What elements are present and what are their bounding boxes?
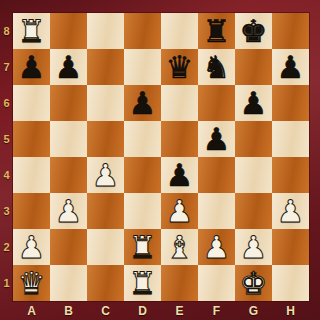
file-labels: ABCDEFGH (13, 301, 309, 320)
square-d8[interactable] (124, 13, 161, 49)
square-d7[interactable] (124, 49, 161, 85)
square-c2[interactable] (87, 229, 124, 265)
white-pawn-a2[interactable]: ♟ (13, 229, 50, 265)
square-f6[interactable] (198, 85, 235, 121)
square-e3[interactable]: ♟ (161, 193, 198, 229)
square-d1[interactable]: ♜ (124, 265, 161, 301)
black-rook-f8[interactable]: ♜ (198, 13, 235, 49)
square-e7[interactable]: ♛ (161, 49, 198, 85)
square-g2[interactable]: ♟ (235, 229, 272, 265)
rank-label-7: 7 (0, 49, 13, 85)
square-e2[interactable]: ♝ (161, 229, 198, 265)
square-b2[interactable] (50, 229, 87, 265)
square-f2[interactable]: ♟ (198, 229, 235, 265)
square-f5[interactable]: ♟ (198, 121, 235, 157)
square-f7[interactable]: ♞ (198, 49, 235, 85)
square-e1[interactable] (161, 265, 198, 301)
rank-label-2: 2 (0, 229, 13, 265)
square-a8[interactable]: ♜ (13, 13, 50, 49)
square-e6[interactable] (161, 85, 198, 121)
rank-label-5: 5 (0, 121, 13, 157)
rank-label-1: 1 (0, 265, 13, 301)
square-g5[interactable] (235, 121, 272, 157)
rank-label-4: 4 (0, 157, 13, 193)
square-h4[interactable] (272, 157, 309, 193)
white-pawn-g2[interactable]: ♟ (235, 229, 272, 265)
rank-label-8: 8 (0, 13, 13, 49)
file-label-b: B (50, 301, 87, 320)
white-rook-d1[interactable]: ♜ (124, 265, 161, 301)
square-d3[interactable] (124, 193, 161, 229)
square-e8[interactable] (161, 13, 198, 49)
black-queen-e7[interactable]: ♛ (161, 49, 198, 85)
black-pawn-h7[interactable]: ♟ (272, 49, 309, 85)
square-h2[interactable] (272, 229, 309, 265)
board-frame: 87654321 ♜♜♚♟♟♛♞♟♟♟♟♟♟♟♟♟♟♜♝♟♟♛♜♚ ABCDEF… (0, 0, 320, 320)
rank-labels: 87654321 (0, 13, 13, 301)
square-c8[interactable] (87, 13, 124, 49)
square-b4[interactable] (50, 157, 87, 193)
black-pawn-g6[interactable]: ♟ (235, 85, 272, 121)
square-h6[interactable] (272, 85, 309, 121)
square-g3[interactable] (235, 193, 272, 229)
square-b7[interactable]: ♟ (50, 49, 87, 85)
rank-label-6: 6 (0, 85, 13, 121)
square-a5[interactable] (13, 121, 50, 157)
black-pawn-a7[interactable]: ♟ (13, 49, 50, 85)
square-c3[interactable] (87, 193, 124, 229)
square-g7[interactable] (235, 49, 272, 85)
square-c1[interactable] (87, 265, 124, 301)
square-g1[interactable]: ♚ (235, 265, 272, 301)
square-g6[interactable]: ♟ (235, 85, 272, 121)
file-label-e: E (161, 301, 198, 320)
file-label-c: C (87, 301, 124, 320)
square-a1[interactable]: ♛ (13, 265, 50, 301)
black-pawn-e4[interactable]: ♟ (161, 157, 198, 193)
white-pawn-b3[interactable]: ♟ (50, 193, 87, 229)
file-label-d: D (124, 301, 161, 320)
square-h7[interactable]: ♟ (272, 49, 309, 85)
black-knight-f7[interactable]: ♞ (198, 49, 235, 85)
square-g8[interactable]: ♚ (235, 13, 272, 49)
chess-board: ♜♜♚♟♟♛♞♟♟♟♟♟♟♟♟♟♟♜♝♟♟♛♜♚ (13, 13, 309, 301)
square-b5[interactable] (50, 121, 87, 157)
rank-label-3: 3 (0, 193, 13, 229)
square-f8[interactable]: ♜ (198, 13, 235, 49)
black-pawn-b7[interactable]: ♟ (50, 49, 87, 85)
white-pawn-c4[interactable]: ♟ (87, 157, 124, 193)
square-c7[interactable] (87, 49, 124, 85)
white-pawn-e3[interactable]: ♟ (161, 193, 198, 229)
square-g4[interactable] (235, 157, 272, 193)
square-c5[interactable] (87, 121, 124, 157)
file-label-h: H (272, 301, 309, 320)
square-b3[interactable]: ♟ (50, 193, 87, 229)
white-pawn-f2[interactable]: ♟ (198, 229, 235, 265)
square-a6[interactable] (13, 85, 50, 121)
square-a4[interactable] (13, 157, 50, 193)
square-a7[interactable]: ♟ (13, 49, 50, 85)
black-king-g8[interactable]: ♚ (235, 13, 272, 49)
square-e5[interactable] (161, 121, 198, 157)
square-b1[interactable] (50, 265, 87, 301)
file-label-f: F (198, 301, 235, 320)
square-h8[interactable] (272, 13, 309, 49)
square-d4[interactable] (124, 157, 161, 193)
white-king-g1[interactable]: ♚ (235, 265, 272, 301)
file-label-g: G (235, 301, 272, 320)
square-f1[interactable] (198, 265, 235, 301)
square-d6[interactable]: ♟ (124, 85, 161, 121)
square-b8[interactable] (50, 13, 87, 49)
square-h5[interactable] (272, 121, 309, 157)
black-pawn-f5[interactable]: ♟ (198, 121, 235, 157)
square-a2[interactable]: ♟ (13, 229, 50, 265)
white-bishop-e2[interactable]: ♝ (161, 229, 198, 265)
white-queen-a1[interactable]: ♛ (13, 265, 50, 301)
white-rook-d2[interactable]: ♜ (124, 229, 161, 265)
square-b6[interactable] (50, 85, 87, 121)
black-pawn-d6[interactable]: ♟ (124, 85, 161, 121)
file-label-a: A (13, 301, 50, 320)
white-pawn-h3[interactable]: ♟ (272, 193, 309, 229)
square-a3[interactable] (13, 193, 50, 229)
square-e4[interactable]: ♟ (161, 157, 198, 193)
square-f3[interactable] (198, 193, 235, 229)
square-c6[interactable] (87, 85, 124, 121)
square-h1[interactable] (272, 265, 309, 301)
square-f4[interactable] (198, 157, 235, 193)
square-d2[interactable]: ♜ (124, 229, 161, 265)
square-c4[interactable]: ♟ (87, 157, 124, 193)
white-rook-a8[interactable]: ♜ (13, 13, 50, 49)
square-h3[interactable]: ♟ (272, 193, 309, 229)
square-d5[interactable] (124, 121, 161, 157)
